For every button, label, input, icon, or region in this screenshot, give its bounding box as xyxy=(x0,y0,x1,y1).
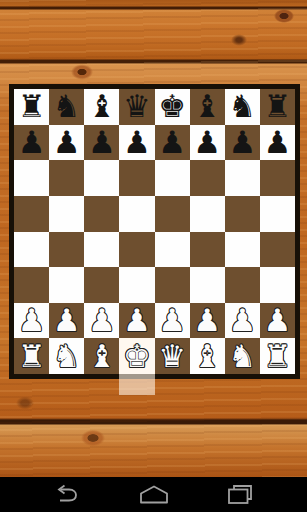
piece-black-knight[interactable]: ♞ xyxy=(53,91,81,122)
square-b7[interactable]: ♟ xyxy=(49,125,84,161)
square-d4[interactable] xyxy=(119,232,154,268)
square-b1[interactable]: ♞ xyxy=(49,338,84,374)
square-e2[interactable]: ♟ xyxy=(155,303,190,339)
square-a5[interactable] xyxy=(14,196,49,232)
square-h6[interactable] xyxy=(260,160,295,196)
square-g5[interactable] xyxy=(225,196,260,232)
piece-white-rook[interactable]: ♜ xyxy=(18,341,46,372)
piece-white-pawn[interactable]: ♟ xyxy=(193,305,221,336)
square-b4[interactable] xyxy=(49,232,84,268)
square-e6[interactable] xyxy=(155,160,190,196)
back-arrow-icon xyxy=(54,484,80,505)
square-c5[interactable] xyxy=(84,196,119,232)
square-h5[interactable] xyxy=(260,196,295,232)
phone-screen: ♜♞♝♛♚♝♞♜♟♟♟♟♟♟♟♟♟♟♟♟♟♟♟♟♜♞♝♚♛♝♞♜ xyxy=(0,0,307,512)
square-f7[interactable]: ♟ xyxy=(190,125,225,161)
square-b5[interactable] xyxy=(49,196,84,232)
square-b8[interactable]: ♞ xyxy=(49,89,84,125)
piece-black-queen[interactable]: ♛ xyxy=(123,91,151,122)
recent-apps-icon xyxy=(227,484,253,505)
piece-white-bishop[interactable]: ♝ xyxy=(88,341,116,372)
square-a3[interactable] xyxy=(14,267,49,303)
piece-white-bishop[interactable]: ♝ xyxy=(193,341,221,372)
square-h4[interactable] xyxy=(260,232,295,268)
square-h8[interactable]: ♜ xyxy=(260,89,295,125)
piece-black-rook[interactable]: ♜ xyxy=(18,91,46,122)
recents-button[interactable] xyxy=(220,481,260,509)
square-e7[interactable]: ♟ xyxy=(155,125,190,161)
square-b3[interactable] xyxy=(49,267,84,303)
square-c4[interactable] xyxy=(84,232,119,268)
piece-black-pawn[interactable]: ♟ xyxy=(18,127,46,158)
square-a6[interactable] xyxy=(14,160,49,196)
piece-black-pawn[interactable]: ♟ xyxy=(53,127,81,158)
piece-black-pawn[interactable]: ♟ xyxy=(88,127,116,158)
square-h3[interactable] xyxy=(260,267,295,303)
piece-black-pawn[interactable]: ♟ xyxy=(228,127,256,158)
piece-white-pawn[interactable]: ♟ xyxy=(264,305,292,336)
square-g4[interactable] xyxy=(225,232,260,268)
square-e4[interactable] xyxy=(155,232,190,268)
piece-black-pawn[interactable]: ♟ xyxy=(123,127,151,158)
piece-white-pawn[interactable]: ♟ xyxy=(88,305,116,336)
piece-white-knight[interactable]: ♞ xyxy=(53,341,81,372)
piece-white-pawn[interactable]: ♟ xyxy=(228,305,256,336)
square-b6[interactable] xyxy=(49,160,84,196)
square-a1[interactable]: ♜ xyxy=(14,338,49,374)
square-g2[interactable]: ♟ xyxy=(225,303,260,339)
square-c1[interactable]: ♝ xyxy=(84,338,119,374)
square-e5[interactable] xyxy=(155,196,190,232)
piece-white-pawn[interactable]: ♟ xyxy=(53,305,81,336)
square-a2[interactable]: ♟ xyxy=(14,303,49,339)
square-f2[interactable]: ♟ xyxy=(190,303,225,339)
piece-white-pawn[interactable]: ♟ xyxy=(123,305,151,336)
back-button[interactable] xyxy=(47,481,87,509)
square-d5[interactable] xyxy=(119,196,154,232)
square-b2[interactable]: ♟ xyxy=(49,303,84,339)
piece-black-pawn[interactable]: ♟ xyxy=(193,127,221,158)
home-button[interactable] xyxy=(134,481,174,509)
square-f1[interactable]: ♝ xyxy=(190,338,225,374)
square-e8[interactable]: ♚ xyxy=(155,89,190,125)
piece-white-queen[interactable]: ♛ xyxy=(158,341,186,372)
piece-black-knight[interactable]: ♞ xyxy=(228,91,256,122)
piece-black-king[interactable]: ♚ xyxy=(158,91,186,122)
square-g3[interactable] xyxy=(225,267,260,303)
square-g6[interactable] xyxy=(225,160,260,196)
piece-black-bishop[interactable]: ♝ xyxy=(88,91,116,122)
square-h2[interactable]: ♟ xyxy=(260,303,295,339)
chess-board[interactable]: ♜♞♝♛♚♝♞♜♟♟♟♟♟♟♟♟♟♟♟♟♟♟♟♟♜♞♝♚♛♝♞♜ xyxy=(9,84,300,379)
piece-white-pawn[interactable]: ♟ xyxy=(158,305,186,336)
square-c2[interactable]: ♟ xyxy=(84,303,119,339)
square-f5[interactable] xyxy=(190,196,225,232)
square-a8[interactable]: ♜ xyxy=(14,89,49,125)
piece-black-pawn[interactable]: ♟ xyxy=(264,127,292,158)
square-c8[interactable]: ♝ xyxy=(84,89,119,125)
square-c6[interactable] xyxy=(84,160,119,196)
piece-black-pawn[interactable]: ♟ xyxy=(158,127,186,158)
square-h1[interactable]: ♜ xyxy=(260,338,295,374)
piece-white-knight[interactable]: ♞ xyxy=(228,341,256,372)
square-f6[interactable] xyxy=(190,160,225,196)
square-a4[interactable] xyxy=(14,232,49,268)
square-d3[interactable] xyxy=(119,267,154,303)
board-grid: ♜♞♝♛♚♝♞♜♟♟♟♟♟♟♟♟♟♟♟♟♟♟♟♟♜♞♝♚♛♝♞♜ xyxy=(14,89,295,374)
square-d2[interactable]: ♟ xyxy=(119,303,154,339)
square-d1[interactable]: ♚ xyxy=(119,338,154,374)
square-d6[interactable] xyxy=(119,160,154,196)
android-navigation-bar xyxy=(0,477,307,512)
piece-black-rook[interactable]: ♜ xyxy=(264,91,292,122)
square-e3[interactable] xyxy=(155,267,190,303)
piece-white-king[interactable]: ♚ xyxy=(123,341,151,372)
square-f8[interactable]: ♝ xyxy=(190,89,225,125)
piece-black-bishop[interactable]: ♝ xyxy=(193,91,221,122)
square-g7[interactable]: ♟ xyxy=(225,125,260,161)
square-f3[interactable] xyxy=(190,267,225,303)
square-e1[interactable]: ♛ xyxy=(155,338,190,374)
piece-white-pawn[interactable]: ♟ xyxy=(18,305,46,336)
square-a7[interactable]: ♟ xyxy=(14,125,49,161)
square-g8[interactable]: ♞ xyxy=(225,89,260,125)
square-f4[interactable] xyxy=(190,232,225,268)
square-c7[interactable]: ♟ xyxy=(84,125,119,161)
square-d8[interactable]: ♛ xyxy=(119,89,154,125)
square-d7[interactable]: ♟ xyxy=(119,125,154,161)
square-c3[interactable] xyxy=(84,267,119,303)
home-icon xyxy=(138,485,170,504)
piece-white-rook[interactable]: ♜ xyxy=(264,341,292,372)
square-g1[interactable]: ♞ xyxy=(225,338,260,374)
square-h7[interactable]: ♟ xyxy=(260,125,295,161)
